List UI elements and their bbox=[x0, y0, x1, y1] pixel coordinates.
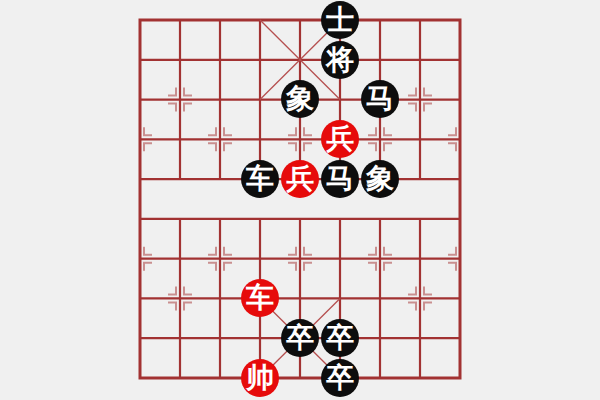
board-point bbox=[120, 119, 160, 159]
board-point bbox=[360, 119, 400, 159]
black-pawn[interactable]: 卒 bbox=[321, 359, 359, 397]
board-point bbox=[400, 40, 440, 80]
board-point bbox=[200, 0, 240, 40]
board-point bbox=[160, 239, 200, 279]
board-point bbox=[120, 0, 160, 40]
board-point bbox=[440, 80, 480, 120]
board-point bbox=[120, 278, 160, 318]
board-point bbox=[440, 278, 480, 318]
board-point bbox=[160, 80, 200, 120]
board-point: 卒 bbox=[320, 318, 360, 358]
board-point bbox=[200, 318, 240, 358]
board-point bbox=[400, 318, 440, 358]
black-pawn[interactable]: 卒 bbox=[321, 319, 359, 357]
board-point bbox=[360, 239, 400, 279]
board-point: 兵 bbox=[320, 119, 360, 159]
board-point bbox=[120, 239, 160, 279]
board-point bbox=[280, 239, 320, 279]
board-point bbox=[280, 40, 320, 80]
board-point bbox=[360, 278, 400, 318]
black-horse[interactable]: 马 bbox=[361, 80, 399, 118]
board-point bbox=[400, 0, 440, 40]
board-point bbox=[120, 159, 160, 199]
board-point bbox=[200, 159, 240, 199]
board-point bbox=[440, 119, 480, 159]
board-point: 士 bbox=[320, 0, 360, 40]
board-point bbox=[400, 119, 440, 159]
board-point: 象 bbox=[280, 80, 320, 120]
board-point bbox=[360, 40, 400, 80]
board-point bbox=[280, 199, 320, 239]
board-point bbox=[240, 80, 280, 120]
board-point bbox=[200, 80, 240, 120]
red-soldier[interactable]: 兵 bbox=[321, 120, 359, 158]
board-point bbox=[200, 278, 240, 318]
black-advisor[interactable]: 士 bbox=[321, 1, 359, 39]
board-point bbox=[160, 119, 200, 159]
board-point bbox=[160, 40, 200, 80]
board-point bbox=[400, 278, 440, 318]
board-point bbox=[440, 0, 480, 40]
board-point: 马 bbox=[360, 80, 400, 120]
board-point bbox=[120, 358, 160, 398]
board-point bbox=[120, 318, 160, 358]
board-point bbox=[360, 0, 400, 40]
board-point bbox=[240, 318, 280, 358]
black-elephant[interactable]: 象 bbox=[361, 160, 399, 198]
board-point bbox=[160, 159, 200, 199]
board-point bbox=[160, 278, 200, 318]
board-point bbox=[240, 199, 280, 239]
board-point bbox=[240, 119, 280, 159]
board-point bbox=[400, 199, 440, 239]
board-point bbox=[360, 358, 400, 398]
board-point bbox=[360, 318, 400, 358]
board-point: 卒 bbox=[280, 318, 320, 358]
board-point bbox=[320, 239, 360, 279]
board-point bbox=[200, 239, 240, 279]
board-point bbox=[320, 278, 360, 318]
board-point bbox=[440, 358, 480, 398]
red-chariot[interactable]: 车 bbox=[241, 279, 279, 317]
red-general[interactable]: 帅 bbox=[241, 359, 279, 397]
board-point bbox=[240, 239, 280, 279]
board-point bbox=[280, 278, 320, 318]
board-point bbox=[160, 0, 200, 40]
board-point bbox=[360, 199, 400, 239]
board-point: 象 bbox=[360, 159, 400, 199]
board-point bbox=[440, 239, 480, 279]
xiangqi-board-screenshot: 士将象马兵车兵马象车卒卒帅卒 bbox=[0, 0, 600, 400]
board-point bbox=[280, 119, 320, 159]
board-point bbox=[400, 159, 440, 199]
red-soldier[interactable]: 兵 bbox=[281, 160, 319, 198]
board-point bbox=[200, 199, 240, 239]
board-point bbox=[320, 199, 360, 239]
board-point bbox=[120, 80, 160, 120]
board-point bbox=[200, 358, 240, 398]
board-point bbox=[280, 358, 320, 398]
board-point bbox=[160, 358, 200, 398]
board-point: 车 bbox=[240, 278, 280, 318]
board-point: 帅 bbox=[240, 358, 280, 398]
board-point bbox=[120, 40, 160, 80]
board-point: 马 bbox=[320, 159, 360, 199]
board-point bbox=[240, 40, 280, 80]
board-point bbox=[120, 199, 160, 239]
board-point: 兵 bbox=[280, 159, 320, 199]
board-point bbox=[400, 239, 440, 279]
board-point: 车 bbox=[240, 159, 280, 199]
board-point: 将 bbox=[320, 40, 360, 80]
board-point bbox=[400, 358, 440, 398]
xiangqi-board: 士将象马兵车兵马象车卒卒帅卒 bbox=[120, 0, 480, 398]
black-horse[interactable]: 马 bbox=[321, 160, 359, 198]
board-point bbox=[400, 80, 440, 120]
board-point bbox=[440, 40, 480, 80]
board-point bbox=[280, 0, 320, 40]
board-point bbox=[440, 318, 480, 358]
board-point bbox=[160, 199, 200, 239]
board-point bbox=[160, 318, 200, 358]
board-point bbox=[240, 0, 280, 40]
board-point bbox=[320, 80, 360, 120]
board-point: 卒 bbox=[320, 358, 360, 398]
board-point bbox=[440, 199, 480, 239]
black-elephant[interactable]: 象 bbox=[281, 80, 319, 118]
black-general[interactable]: 将 bbox=[321, 41, 359, 79]
board-point bbox=[200, 119, 240, 159]
board-point bbox=[200, 40, 240, 80]
board-point bbox=[440, 159, 480, 199]
black-chariot[interactable]: 车 bbox=[241, 160, 279, 198]
black-pawn[interactable]: 卒 bbox=[281, 319, 319, 357]
